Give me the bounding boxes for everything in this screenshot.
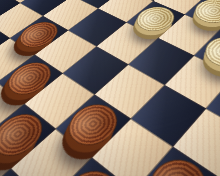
- checkers-photo: [0, 0, 220, 176]
- checkers-board: [0, 0, 220, 176]
